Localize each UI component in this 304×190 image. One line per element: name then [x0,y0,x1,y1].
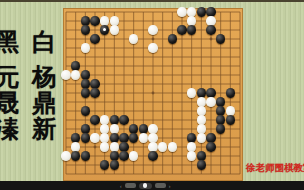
black-stone [81,79,90,88]
player-name-char: 元 [0,64,20,90]
black-label: 黑 [0,29,20,55]
black-stone [197,88,206,97]
player-name-char: 溱 [0,116,20,142]
white-stone [110,25,119,34]
white-stone [148,142,157,151]
white-stone [187,7,196,16]
white-stone [110,124,119,133]
white-stone [71,142,80,151]
white-stone [158,142,167,151]
black-stone [197,160,206,169]
toggle-knob-icon [143,183,148,188]
black-stone [206,7,215,16]
white-stone [187,151,196,160]
white-stone [100,124,109,133]
white-stone [187,88,196,97]
black-stone [81,133,90,142]
black-stone [90,88,99,97]
black-stone [206,88,215,97]
white-player-column: 白 杨鼎新 [31,29,57,142]
black-stone [216,106,225,115]
player-name-char: 鼎 [31,90,57,116]
next-pill-button[interactable] [155,183,166,188]
black-stone [81,16,90,25]
white-stone [226,106,235,115]
white-stone [90,133,99,142]
left-bracket-icon: ‹ [120,183,122,189]
white-stone [168,142,177,151]
black-stone [90,16,99,25]
black-stone [71,61,80,70]
black-stone [71,151,80,160]
white-stone [110,142,119,151]
black-stone [197,151,206,160]
black-stone [81,151,90,160]
white-stone [100,133,109,142]
player-name-char: 新 [31,116,57,142]
black-stone [197,7,206,16]
white-stone [197,124,206,133]
white-stone [110,16,119,25]
last-move-marker [103,28,106,31]
black-stone [119,133,128,142]
black-stone [119,115,128,124]
go-board [63,8,243,181]
black-stone [100,160,109,169]
white-stone [206,97,215,106]
black-stone [216,124,225,133]
black-stone [81,124,90,133]
black-stone [81,25,90,34]
white-stone [177,7,186,16]
black-stone [206,25,215,34]
white-stone [148,133,157,142]
black-stone [187,133,196,142]
black-stone [206,142,215,151]
white-stone [129,34,138,43]
white-stone [61,70,70,79]
player-name-char: 杨 [31,64,57,90]
white-stone [71,70,80,79]
white-stone [139,133,148,142]
white-stone [187,142,196,151]
black-stone [81,70,90,79]
black-stone [216,97,225,106]
white-player-name: 杨鼎新 [31,64,57,142]
black-player-name: 元晟溱 [0,64,20,142]
black-stone [71,133,80,142]
white-stone [61,151,70,160]
black-stone [226,115,235,124]
black-stone [148,151,157,160]
black-stone [216,115,225,124]
black-stone [216,34,225,43]
white-stone [129,151,138,160]
white-stone [100,115,109,124]
white-stone [100,16,109,25]
top-letterbox-edge [0,0,304,2]
player-name-char: 晟 [0,90,20,116]
white-stone [100,142,109,151]
black-stone [110,151,119,160]
white-stone [148,124,157,133]
video-frame: 黑 元晟溱 白 杨鼎新 徐老师围棋教室 ‹ › [0,0,304,190]
black-stone [110,160,119,169]
prev-pill-button[interactable] [125,183,136,188]
white-stone [81,43,90,52]
white-stone [148,25,157,34]
black-stone [90,115,99,124]
white-stone [187,16,196,25]
black-stone [100,25,109,34]
black-stone [129,133,138,142]
black-stone [81,88,90,97]
black-stone [90,79,99,88]
black-stone [187,25,196,34]
channel-watermark: 徐老师围棋教室 [246,162,304,175]
black-stone [90,34,99,43]
video-control-bar: ‹ › [0,181,304,190]
black-stone [81,106,90,115]
black-stone [119,151,128,160]
black-stone [110,115,119,124]
white-stone [197,115,206,124]
black-stone [139,124,148,133]
black-stone [119,142,128,151]
black-stone [206,133,215,142]
white-stone [148,43,157,52]
white-stone [197,97,206,106]
black-stone [168,34,177,43]
black-player-column: 黑 元晟溱 [0,29,20,142]
black-stone [177,25,186,34]
mini-controls: ‹ › [120,183,170,189]
black-stone [110,133,119,142]
black-stone [226,88,235,97]
white-stone [197,106,206,115]
white-stone [206,16,215,25]
play-toggle[interactable] [139,183,152,189]
black-stone [129,124,138,133]
right-bracket-icon: › [169,183,171,189]
white-stone [197,133,206,142]
white-label: 白 [31,29,57,55]
